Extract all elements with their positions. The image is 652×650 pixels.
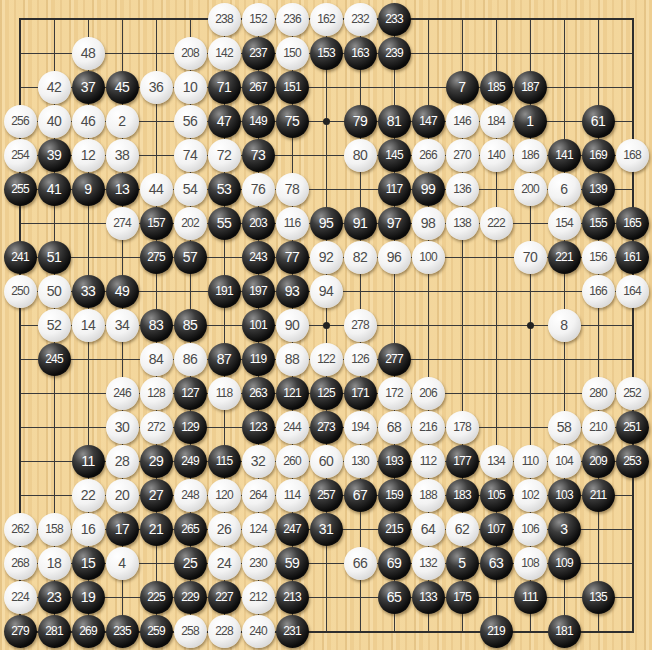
- stone-67: 67: [344, 479, 377, 512]
- stone-90: 90: [276, 309, 309, 342]
- stone-274: 274: [106, 207, 139, 240]
- stone-77: 77: [276, 241, 309, 274]
- stone-37: 37: [72, 71, 105, 104]
- stone-126: 126: [344, 343, 377, 376]
- stone-36: 36: [140, 71, 173, 104]
- stone-266: 266: [412, 139, 445, 172]
- stone-238: 238: [208, 3, 241, 36]
- stone-163: 163: [344, 37, 377, 70]
- stone-114: 114: [276, 479, 309, 512]
- stone-129: 129: [174, 411, 207, 444]
- stone-208: 208: [174, 37, 207, 70]
- stone-98: 98: [412, 207, 445, 240]
- stone-267: 267: [242, 71, 275, 104]
- stone-141: 141: [548, 139, 581, 172]
- stone-48: 48: [72, 37, 105, 70]
- stone-250: 250: [4, 275, 37, 308]
- stone-135: 135: [582, 581, 615, 614]
- stone-210: 210: [582, 411, 615, 444]
- stone-104: 104: [548, 445, 581, 478]
- stone-79: 79: [344, 105, 377, 138]
- stone-128: 128: [140, 377, 173, 410]
- stone-11: 11: [72, 445, 105, 478]
- stone-119: 119: [242, 343, 275, 376]
- stone-177: 177: [446, 445, 479, 478]
- stone-145: 145: [378, 139, 411, 172]
- stone-171: 171: [344, 377, 377, 410]
- stone-49: 49: [106, 275, 139, 308]
- stone-222: 222: [480, 207, 513, 240]
- stone-110: 110: [514, 445, 547, 478]
- stone-13: 13: [106, 173, 139, 206]
- stone-184: 184: [480, 105, 513, 138]
- stone-107: 107: [480, 513, 513, 546]
- stone-225: 225: [140, 581, 173, 614]
- stone-240: 240: [242, 615, 275, 648]
- stone-51: 51: [38, 241, 71, 274]
- stone-212: 212: [242, 581, 275, 614]
- stone-183: 183: [446, 479, 479, 512]
- stone-155: 155: [582, 207, 615, 240]
- stone-138: 138: [446, 207, 479, 240]
- stone-188: 188: [412, 479, 445, 512]
- stone-20: 20: [106, 479, 139, 512]
- stone-251: 251: [616, 411, 649, 444]
- stone-150: 150: [276, 37, 309, 70]
- stone-265: 265: [174, 513, 207, 546]
- stone-146: 146: [446, 105, 479, 138]
- stone-152: 152: [242, 3, 275, 36]
- stone-248: 248: [174, 479, 207, 512]
- stone-116: 116: [276, 207, 309, 240]
- stone-120: 120: [208, 479, 241, 512]
- stone-254: 254: [4, 139, 37, 172]
- stone-185: 185: [480, 71, 513, 104]
- stone-202: 202: [174, 207, 207, 240]
- stone-84: 84: [140, 343, 173, 376]
- stone-2: 2: [106, 105, 139, 138]
- stone-32: 32: [242, 445, 275, 478]
- stone-100: 100: [412, 241, 445, 274]
- stone-255: 255: [4, 173, 37, 206]
- stone-203: 203: [242, 207, 275, 240]
- stone-249: 249: [174, 445, 207, 478]
- stone-74: 74: [174, 139, 207, 172]
- stone-86: 86: [174, 343, 207, 376]
- stone-187: 187: [514, 71, 547, 104]
- stone-164: 164: [616, 275, 649, 308]
- stone-1: 1: [514, 105, 547, 138]
- stone-64: 64: [412, 513, 445, 546]
- stone-244: 244: [276, 411, 309, 444]
- stone-54: 54: [174, 173, 207, 206]
- stone-30: 30: [106, 411, 139, 444]
- stone-7: 7: [446, 71, 479, 104]
- stones-layer: 2381522361622322334820814223715015316323…: [3, 2, 649, 648]
- stone-149: 149: [242, 105, 275, 138]
- stone-260: 260: [276, 445, 309, 478]
- stone-16: 16: [72, 513, 105, 546]
- stone-156: 156: [582, 241, 615, 274]
- stone-82: 82: [344, 241, 377, 274]
- stone-56: 56: [174, 105, 207, 138]
- stone-134: 134: [480, 445, 513, 478]
- stone-10: 10: [174, 71, 207, 104]
- stone-241: 241: [4, 241, 37, 274]
- stone-39: 39: [38, 139, 71, 172]
- stone-73: 73: [242, 139, 275, 172]
- stone-87: 87: [208, 343, 241, 376]
- stone-257: 257: [310, 479, 343, 512]
- stone-105: 105: [480, 479, 513, 512]
- stone-8: 8: [548, 309, 581, 342]
- stone-275: 275: [140, 241, 173, 274]
- stone-165: 165: [616, 207, 649, 240]
- stone-88: 88: [276, 343, 309, 376]
- stone-215: 215: [378, 513, 411, 546]
- stone-103: 103: [548, 479, 581, 512]
- stone-96: 96: [378, 241, 411, 274]
- stone-219: 219: [480, 615, 513, 648]
- stone-194: 194: [344, 411, 377, 444]
- stone-259: 259: [140, 615, 173, 648]
- stone-111: 111: [514, 581, 547, 614]
- stone-246: 246: [106, 377, 139, 410]
- stone-50: 50: [38, 275, 71, 308]
- stone-19: 19: [72, 581, 105, 614]
- stone-232: 232: [344, 3, 377, 36]
- stone-41: 41: [38, 173, 71, 206]
- stone-91: 91: [344, 207, 377, 240]
- stone-216: 216: [412, 411, 445, 444]
- stone-66: 66: [344, 547, 377, 580]
- stone-272: 272: [140, 411, 173, 444]
- stone-65: 65: [378, 581, 411, 614]
- stone-40: 40: [38, 105, 71, 138]
- stone-4: 4: [106, 547, 139, 580]
- stone-93: 93: [276, 275, 309, 308]
- stone-42: 42: [38, 71, 71, 104]
- stone-133: 133: [412, 581, 445, 614]
- stone-58: 58: [548, 411, 581, 444]
- stone-158: 158: [38, 513, 71, 546]
- stone-23: 23: [38, 581, 71, 614]
- stone-279: 279: [4, 615, 37, 648]
- stone-233: 233: [378, 3, 411, 36]
- stone-6: 6: [548, 173, 581, 206]
- stone-245: 245: [38, 343, 71, 376]
- stone-12: 12: [72, 139, 105, 172]
- stone-252: 252: [616, 377, 649, 410]
- stone-278: 278: [344, 309, 377, 342]
- stone-269: 269: [72, 615, 105, 648]
- stone-75: 75: [276, 105, 309, 138]
- stone-159: 159: [378, 479, 411, 512]
- stone-197: 197: [242, 275, 275, 308]
- stone-33: 33: [72, 275, 105, 308]
- stone-63: 63: [480, 547, 513, 580]
- stone-9: 9: [72, 173, 105, 206]
- stone-228: 228: [208, 615, 241, 648]
- stone-31: 31: [310, 513, 343, 546]
- stone-243: 243: [242, 241, 275, 274]
- stone-224: 224: [4, 581, 37, 614]
- stone-273: 273: [310, 411, 343, 444]
- stone-147: 147: [412, 105, 445, 138]
- stone-27: 27: [140, 479, 173, 512]
- stone-230: 230: [242, 547, 275, 580]
- stone-154: 154: [548, 207, 581, 240]
- stone-132: 132: [412, 547, 445, 580]
- stone-94: 94: [310, 275, 343, 308]
- stone-81: 81: [378, 105, 411, 138]
- stone-277: 277: [378, 343, 411, 376]
- stone-57: 57: [174, 241, 207, 274]
- stone-24: 24: [208, 547, 241, 580]
- stone-44: 44: [140, 173, 173, 206]
- stone-28: 28: [106, 445, 139, 478]
- stone-25: 25: [174, 547, 207, 580]
- stone-29: 29: [140, 445, 173, 478]
- stone-71: 71: [208, 71, 241, 104]
- stone-121: 121: [276, 377, 309, 410]
- stone-62: 62: [446, 513, 479, 546]
- stone-206: 206: [412, 377, 445, 410]
- stone-270: 270: [446, 139, 479, 172]
- stone-122: 122: [310, 343, 343, 376]
- stone-3: 3: [548, 513, 581, 546]
- stone-45: 45: [106, 71, 139, 104]
- stone-123: 123: [242, 411, 275, 444]
- stone-178: 178: [446, 411, 479, 444]
- stone-70: 70: [514, 241, 547, 274]
- stone-263: 263: [242, 377, 275, 410]
- stone-72: 72: [208, 139, 241, 172]
- stone-162: 162: [310, 3, 343, 36]
- stone-80: 80: [344, 139, 377, 172]
- stone-83: 83: [140, 309, 173, 342]
- stone-172: 172: [378, 377, 411, 410]
- stone-78: 78: [276, 173, 309, 206]
- stone-281: 281: [38, 615, 71, 648]
- stone-139: 139: [582, 173, 615, 206]
- stone-117: 117: [378, 173, 411, 206]
- stone-258: 258: [174, 615, 207, 648]
- stone-85: 85: [174, 309, 207, 342]
- stone-253: 253: [616, 445, 649, 478]
- stone-59: 59: [276, 547, 309, 580]
- stone-256: 256: [4, 105, 37, 138]
- stone-97: 97: [378, 207, 411, 240]
- stone-193: 193: [378, 445, 411, 478]
- stone-102: 102: [514, 479, 547, 512]
- stone-130: 130: [344, 445, 377, 478]
- stone-21: 21: [140, 513, 173, 546]
- stone-161: 161: [616, 241, 649, 274]
- stone-34: 34: [106, 309, 139, 342]
- stone-169: 169: [582, 139, 615, 172]
- stone-17: 17: [106, 513, 139, 546]
- stone-15: 15: [72, 547, 105, 580]
- stone-53: 53: [208, 173, 241, 206]
- stone-200: 200: [514, 173, 547, 206]
- stone-46: 46: [72, 105, 105, 138]
- stone-237: 237: [242, 37, 275, 70]
- stone-26: 26: [208, 513, 241, 546]
- stone-55: 55: [208, 207, 241, 240]
- stone-125: 125: [310, 377, 343, 410]
- stone-106: 106: [514, 513, 547, 546]
- stone-38: 38: [106, 139, 139, 172]
- stone-153: 153: [310, 37, 343, 70]
- stone-268: 268: [4, 547, 37, 580]
- stone-92: 92: [310, 241, 343, 274]
- stone-213: 213: [276, 581, 309, 614]
- stone-76: 76: [242, 173, 275, 206]
- stone-181: 181: [548, 615, 581, 648]
- stone-124: 124: [242, 513, 275, 546]
- stone-209: 209: [582, 445, 615, 478]
- stone-157: 157: [140, 207, 173, 240]
- go-board[interactable]: 2381522361622322334820814223715015316323…: [0, 0, 652, 650]
- stone-211: 211: [582, 479, 615, 512]
- stone-136: 136: [446, 173, 479, 206]
- stone-68: 68: [378, 411, 411, 444]
- stone-239: 239: [378, 37, 411, 70]
- stone-175: 175: [446, 581, 479, 614]
- stone-14: 14: [72, 309, 105, 342]
- stone-151: 151: [276, 71, 309, 104]
- stone-262: 262: [4, 513, 37, 546]
- stone-115: 115: [208, 445, 241, 478]
- stone-231: 231: [276, 615, 309, 648]
- stone-22: 22: [72, 479, 105, 512]
- stone-99: 99: [412, 173, 445, 206]
- stone-221: 221: [548, 241, 581, 274]
- stone-264: 264: [242, 479, 275, 512]
- stone-235: 235: [106, 615, 139, 648]
- stone-140: 140: [480, 139, 513, 172]
- stone-168: 168: [616, 139, 649, 172]
- stone-229: 229: [174, 581, 207, 614]
- stone-227: 227: [208, 581, 241, 614]
- stone-247: 247: [276, 513, 309, 546]
- stone-142: 142: [208, 37, 241, 70]
- stone-95: 95: [310, 207, 343, 240]
- stone-61: 61: [582, 105, 615, 138]
- stone-47: 47: [208, 105, 241, 138]
- stone-18: 18: [38, 547, 71, 580]
- stone-69: 69: [378, 547, 411, 580]
- stone-101: 101: [242, 309, 275, 342]
- stone-280: 280: [582, 377, 615, 410]
- stone-112: 112: [412, 445, 445, 478]
- stone-5: 5: [446, 547, 479, 580]
- stone-52: 52: [38, 309, 71, 342]
- stone-191: 191: [208, 275, 241, 308]
- stone-236: 236: [276, 3, 309, 36]
- stone-60: 60: [310, 445, 343, 478]
- stone-108: 108: [514, 547, 547, 580]
- stone-127: 127: [174, 377, 207, 410]
- stone-186: 186: [514, 139, 547, 172]
- stone-118: 118: [208, 377, 241, 410]
- stone-166: 166: [582, 275, 615, 308]
- stone-109: 109: [548, 547, 581, 580]
